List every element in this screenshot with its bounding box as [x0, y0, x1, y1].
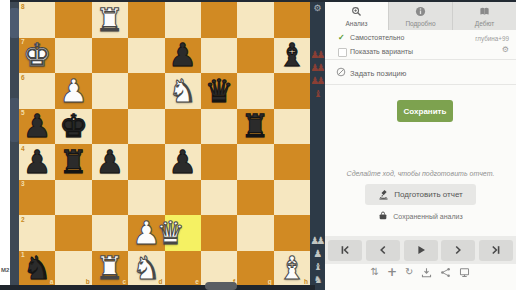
setup-position-label: Задать позицию [350, 69, 406, 78]
evaluation-label: M2 [1, 267, 9, 273]
black-bishop-h7: ♝ [274, 38, 310, 74]
square-a6[interactable]: 6 [19, 73, 55, 109]
eval-bar-shine [10, 98, 19, 142]
add-icon[interactable]: + [387, 266, 397, 278]
tab-analysis[interactable]: Анализ [325, 2, 389, 30]
previous-move-button[interactable] [366, 240, 400, 261]
captured-piece-group: ♟♟ [313, 234, 323, 247]
square-h7[interactable]: ♝ [274, 38, 310, 74]
square-g7[interactable] [237, 38, 273, 74]
depth-label: глубина+99 [475, 35, 509, 42]
rank-label-6: 6 [21, 75, 25, 82]
square-c4[interactable]: ♟ [92, 144, 128, 180]
square-h8[interactable] [274, 2, 310, 38]
square-h3[interactable] [274, 180, 310, 216]
square-c3[interactable] [92, 180, 128, 216]
square-e5[interactable] [165, 109, 201, 145]
square-e7[interactable]: ♟ [165, 38, 201, 74]
square-h1[interactable]: h♝ [274, 251, 310, 287]
info-icon [415, 6, 426, 17]
skip-to-end-button[interactable] [479, 240, 513, 261]
play-button[interactable] [404, 240, 438, 261]
square-g4[interactable] [237, 144, 273, 180]
captured-piece-group: ♟ [316, 247, 320, 260]
square-e1[interactable]: e [165, 251, 201, 287]
square-a5[interactable]: 5♟ [19, 109, 55, 145]
show-lines-checkbox[interactable] [338, 48, 347, 57]
captured-piece-group: ♟♟ [313, 61, 323, 74]
tab-analysis-label: Анализ [346, 20, 368, 27]
download-icon[interactable] [421, 267, 432, 278]
square-f8[interactable] [201, 2, 237, 38]
square-d1[interactable]: d♞ [128, 251, 164, 287]
square-c7[interactable] [92, 38, 128, 74]
skip-to-start-button[interactable] [328, 240, 362, 261]
captured-piece-group: ♟♟ [313, 74, 323, 87]
prepare-report-label: Подготовить отчет [394, 190, 462, 199]
square-b5[interactable]: ♚ [55, 109, 91, 145]
square-a4[interactable]: 4♟ [19, 144, 55, 180]
saved-analysis-label: Сохраненный анализ [393, 213, 462, 220]
square-a1[interactable]: 1a♞ [19, 251, 55, 287]
rank-label-3: 3 [21, 181, 25, 188]
square-b3[interactable] [55, 180, 91, 216]
tool-icon-row: ⇅ + ↻ [325, 266, 516, 278]
black-rook-g5: ♜ [237, 109, 273, 145]
rank-label-4: 4 [21, 146, 25, 153]
black-rook-b4: ♜ [55, 144, 91, 180]
square-a3[interactable]: 3 [19, 180, 55, 216]
top-border [10, 0, 516, 2]
black-pawn-c4: ♟ [92, 144, 128, 180]
saved-analysis-link[interactable]: Сохраненный анализ [325, 211, 516, 221]
black-pawn-e7: ♟ [165, 38, 201, 74]
square-f3[interactable] [201, 180, 237, 216]
captured-piece-group: ♟♟ [313, 48, 323, 61]
square-f2[interactable] [201, 215, 237, 251]
square-b6[interactable]: ♟ [55, 73, 91, 109]
make-move-hint: Сделайте ход, чтобы подготовить отчет. [325, 170, 516, 177]
tab-bar: Анализ Подробно Дебют [325, 2, 516, 30]
position-editor-icon [336, 67, 346, 77]
checkmark-icon[interactable]: ✓ [338, 34, 345, 42]
captured-piece-group: ♝ [316, 260, 320, 273]
square-f1[interactable]: f [201, 251, 237, 287]
setup-position-row[interactable]: Задать позицию [325, 61, 516, 83]
captured-piece-group: ♝ [316, 87, 320, 100]
rank-label-2: 2 [21, 217, 25, 224]
square-g1[interactable]: g [237, 251, 273, 287]
captured-black-pieces-tray: ♟♟♟♝♞ [313, 234, 323, 286]
square-h6[interactable] [274, 73, 310, 109]
square-f5[interactable] [201, 109, 237, 145]
option-row-show-lines: Показать варианты [325, 47, 516, 59]
square-d8[interactable] [128, 2, 164, 38]
chess-analysis-app: M2 8♜7♚♟♝6♟♞♛5♟♚♜4♟♜♟♟32♟♛1a♞bc♜d♞efgh♝ … [0, 0, 516, 290]
chevron-right-icon [452, 244, 464, 256]
square-g8[interactable] [237, 2, 273, 38]
square-a7[interactable]: 7♚ [19, 38, 55, 74]
square-e8[interactable] [165, 2, 201, 38]
evaluation-bar [10, 2, 19, 286]
square-d6[interactable] [128, 73, 164, 109]
engine-settings-gear-icon[interactable]: ⚙ [502, 45, 509, 54]
prepare-report-button[interactable]: Подготовить отчет [365, 184, 476, 205]
play-icon [415, 244, 427, 256]
tab-opening[interactable]: Дебют [453, 2, 516, 30]
next-move-button[interactable] [441, 240, 475, 261]
square-h2[interactable] [274, 215, 310, 251]
square-g3[interactable] [237, 180, 273, 216]
square-d7[interactable] [128, 38, 164, 74]
white-pawn-d2: ♟ [128, 215, 164, 251]
white-pawn-b6: ♟ [55, 73, 91, 109]
black-queen-f6: ♛ [201, 73, 237, 109]
chevron-left-icon [377, 244, 389, 256]
refresh-icon[interactable]: ↻ [405, 266, 413, 278]
square-h4[interactable] [274, 144, 310, 180]
square-g2[interactable] [237, 215, 273, 251]
rank-label-5: 5 [21, 110, 25, 117]
white-knight-e6: ♞ [165, 73, 201, 109]
square-c1[interactable]: c♜ [92, 251, 128, 287]
analysis-options: ✓ Самостоятельно глубина+99 Показать вар… [325, 32, 516, 61]
square-b2[interactable] [55, 215, 91, 251]
square-g5[interactable]: ♜ [237, 109, 273, 145]
black-king-b5: ♚ [55, 109, 91, 145]
flip-board-icon[interactable]: ⇅ [371, 266, 379, 278]
video-scrubber-blob [205, 282, 237, 290]
square-b1[interactable]: b [55, 251, 91, 287]
square-d2[interactable]: ♟ [128, 215, 164, 251]
square-f4[interactable] [201, 144, 237, 180]
tab-details-label: Подробно [405, 20, 435, 27]
option-row-auto: ✓ Самостоятельно глубина+99 [325, 33, 516, 45]
rank-label-7: 7 [21, 39, 25, 46]
analysis-panel: Анализ Подробно Дебют ✓ [325, 0, 516, 290]
square-e4[interactable]: ♟ [165, 144, 201, 180]
magnifier-icon [351, 6, 362, 17]
square-b7[interactable] [55, 38, 91, 74]
square-h5[interactable] [274, 109, 310, 145]
divider [325, 84, 516, 85]
saved-analysis-bag-icon [378, 211, 388, 221]
board-settings-gear-icon[interactable]: ⚙ [313, 3, 321, 13]
square-g6[interactable] [237, 73, 273, 109]
square-f7[interactable] [201, 38, 237, 74]
square-f6[interactable]: ♛ [201, 73, 237, 109]
rank-label-1: 1 [21, 252, 25, 259]
square-a2[interactable]: 2 [19, 215, 55, 251]
save-button[interactable]: Сохранить [397, 100, 453, 122]
side-strip: ⚙ ♟♟♟♟♟♟♝ ♟♟♟♝♞ [310, 0, 325, 290]
square-d5[interactable] [128, 109, 164, 145]
square-c5[interactable] [92, 109, 128, 145]
skip-to-end-icon [490, 244, 502, 256]
rank-label-8: 8 [21, 4, 25, 11]
show-lines-label[interactable]: Показать варианты [350, 48, 413, 55]
save-button-label: Сохранить [404, 107, 447, 116]
skip-to-start-icon [339, 244, 351, 256]
square-d4[interactable] [128, 144, 164, 180]
eval-bar-shine [10, 8, 19, 38]
square-e2[interactable]: ♛ [165, 215, 201, 251]
square-a8[interactable]: 8 [19, 2, 55, 38]
book-icon [479, 6, 490, 17]
square-b4[interactable]: ♜ [55, 144, 91, 180]
divider [325, 59, 516, 60]
captured-white-pieces-tray: ♟♟♟♟♟♟♝ [313, 48, 323, 100]
square-c8[interactable]: ♜ [92, 2, 128, 38]
tab-details[interactable]: Подробно [389, 2, 453, 30]
black-pawn-e4: ♟ [165, 144, 201, 180]
tab-opening-label: Дебют [475, 20, 494, 27]
move-navigation-bar [325, 236, 516, 264]
square-b8[interactable] [55, 2, 91, 38]
microscope-icon [378, 189, 389, 200]
white-rook-c8: ♜ [92, 2, 128, 38]
page-margin: M2 [0, 0, 10, 290]
square-d3[interactable] [128, 180, 164, 216]
screen-icon[interactable] [459, 267, 470, 278]
square-e6[interactable]: ♞ [165, 73, 201, 109]
share-icon[interactable] [440, 267, 451, 278]
square-c2[interactable] [92, 215, 128, 251]
square-e3[interactable] [165, 180, 201, 216]
bottom-border [0, 285, 315, 290]
auto-analysis-label[interactable]: Самостоятельно [350, 34, 404, 41]
square-c6[interactable] [92, 73, 128, 109]
captured-piece-group: ♞ [316, 273, 320, 286]
chess-board[interactable]: 8♜7♚♟♝6♟♞♛5♟♚♜4♟♜♟♟32♟♛1a♞bc♜d♞efgh♝ [19, 2, 310, 286]
